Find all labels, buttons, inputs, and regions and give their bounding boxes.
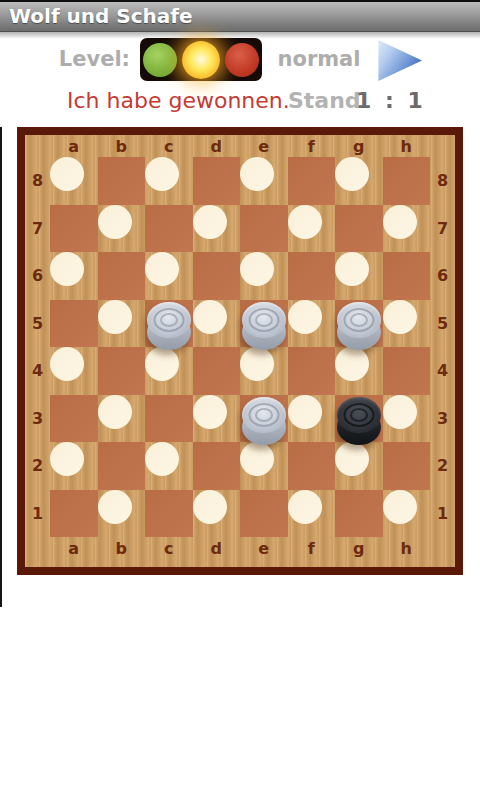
file-label: g	[335, 135, 383, 157]
square-e2[interactable]	[240, 442, 274, 476]
rank-label: 8	[430, 157, 455, 205]
file-label: h	[383, 537, 431, 567]
square-d2[interactable]	[193, 442, 241, 490]
rank-label: 2	[430, 442, 455, 490]
black-checker-piece[interactable]	[337, 397, 381, 447]
square-b1[interactable]	[98, 490, 132, 524]
rank-labels-right: 87654321	[430, 157, 455, 537]
rank-label: 4	[430, 347, 455, 395]
square-e1[interactable]	[240, 490, 288, 538]
square-c4[interactable]	[145, 347, 179, 381]
file-label: e	[240, 135, 288, 157]
square-c6[interactable]	[145, 252, 179, 286]
square-g6[interactable]	[335, 252, 369, 286]
score-label: Stand	[288, 84, 361, 118]
red-light-icon	[225, 43, 259, 77]
level-traffic-light-button[interactable]	[140, 38, 262, 81]
square-c7[interactable]	[145, 205, 193, 253]
square-e6[interactable]	[240, 252, 274, 286]
square-b3[interactable]	[98, 395, 132, 429]
square-c3[interactable]	[145, 395, 193, 443]
square-h6[interactable]	[383, 252, 431, 300]
square-f8[interactable]	[288, 157, 336, 205]
file-label: d	[193, 537, 241, 567]
square-a7[interactable]	[50, 205, 98, 253]
square-h3[interactable]	[383, 395, 417, 429]
white-checker-piece[interactable]	[242, 302, 286, 352]
file-label: e	[240, 537, 288, 567]
rank-label: 3	[25, 395, 50, 443]
yellow-light-icon	[182, 41, 220, 79]
rank-label: 6	[25, 252, 50, 300]
rank-label: 5	[430, 300, 455, 348]
status-message: Ich habe gewonnen.	[67, 84, 290, 118]
square-f2[interactable]	[288, 442, 336, 490]
square-h2[interactable]	[383, 442, 431, 490]
square-a1[interactable]	[50, 490, 98, 538]
square-d6[interactable]	[193, 252, 241, 300]
square-g5[interactable]	[335, 300, 383, 348]
file-label: b	[98, 135, 146, 157]
square-b4[interactable]	[98, 347, 146, 395]
square-h7[interactable]	[383, 205, 417, 239]
square-b5[interactable]	[98, 300, 132, 334]
square-h4[interactable]	[383, 347, 431, 395]
file-label: d	[193, 135, 241, 157]
square-a3[interactable]	[50, 395, 98, 443]
square-h5[interactable]	[383, 300, 417, 334]
square-g8[interactable]	[335, 157, 369, 191]
square-f5[interactable]	[288, 300, 322, 334]
square-h1[interactable]	[383, 490, 417, 524]
title-bar: Wolf und Schafe	[0, 0, 480, 32]
file-label: g	[335, 537, 383, 567]
square-d3[interactable]	[193, 395, 227, 429]
square-g7[interactable]	[335, 205, 383, 253]
file-label: h	[383, 135, 431, 157]
play-button[interactable]	[377, 40, 422, 81]
rank-label: 1	[25, 490, 50, 538]
square-g1[interactable]	[335, 490, 383, 538]
square-c5[interactable]	[145, 300, 193, 348]
square-f3[interactable]	[288, 395, 322, 429]
square-e5[interactable]	[240, 300, 288, 348]
white-checker-piece[interactable]	[337, 302, 381, 352]
board-wood-frame: abcdefgh abcdefgh 87654321 87654321	[25, 135, 455, 567]
rank-label: 6	[430, 252, 455, 300]
square-b2[interactable]	[98, 442, 146, 490]
square-g3[interactable]	[335, 395, 383, 443]
green-light-icon	[143, 43, 177, 77]
rank-label: 7	[25, 205, 50, 253]
file-labels-bottom: abcdefgh	[50, 537, 430, 567]
square-e7[interactable]	[240, 205, 288, 253]
square-e8[interactable]	[240, 157, 274, 191]
file-label: a	[50, 537, 98, 567]
file-label: c	[145, 135, 193, 157]
white-checker-piece[interactable]	[147, 302, 191, 352]
square-e3[interactable]	[240, 395, 288, 443]
square-d5[interactable]	[193, 300, 227, 334]
file-label: c	[145, 537, 193, 567]
square-d7[interactable]	[193, 205, 227, 239]
rank-labels-left: 87654321	[25, 157, 50, 537]
square-a6[interactable]	[50, 252, 84, 286]
app-title: Wolf und Schafe	[0, 2, 480, 30]
rank-label: 3	[430, 395, 455, 443]
rank-label: 5	[25, 300, 50, 348]
square-a2[interactable]	[50, 442, 84, 476]
square-f7[interactable]	[288, 205, 322, 239]
square-b7[interactable]	[98, 205, 132, 239]
level-label: Level:	[0, 35, 130, 83]
square-f4[interactable]	[288, 347, 336, 395]
white-checker-piece[interactable]	[242, 397, 286, 447]
file-label: b	[98, 537, 146, 567]
file-label: a	[50, 135, 98, 157]
rank-label: 8	[25, 157, 50, 205]
file-labels-top: abcdefgh	[50, 135, 430, 157]
score-value: 1 : 1	[356, 84, 426, 118]
square-b6[interactable]	[98, 252, 146, 300]
rank-label: 2	[25, 442, 50, 490]
square-a4[interactable]	[50, 347, 84, 381]
square-a8[interactable]	[50, 157, 84, 191]
square-g2[interactable]	[335, 442, 369, 476]
play-icon	[377, 40, 422, 81]
square-b8[interactable]	[98, 157, 146, 205]
square-e4[interactable]	[240, 347, 274, 381]
file-label: f	[288, 537, 336, 567]
checkers-board: abcdefgh abcdefgh 87654321 87654321	[17, 127, 463, 575]
square-f6[interactable]	[288, 252, 336, 300]
square-d8[interactable]	[193, 157, 241, 205]
board-squares	[50, 157, 430, 537]
rank-label: 1	[430, 490, 455, 538]
square-g4[interactable]	[335, 347, 369, 381]
rank-label: 4	[25, 347, 50, 395]
file-label: f	[288, 135, 336, 157]
square-f1[interactable]	[288, 490, 322, 524]
square-d4[interactable]	[193, 347, 241, 395]
level-value: normal	[262, 35, 376, 83]
screenshot-edge-artifact	[0, 127, 2, 607]
square-h8[interactable]	[383, 157, 431, 205]
rank-label: 7	[430, 205, 455, 253]
square-a5[interactable]	[50, 300, 98, 348]
square-c2[interactable]	[145, 442, 179, 476]
square-c8[interactable]	[145, 157, 179, 191]
square-c1[interactable]	[145, 490, 193, 538]
square-d1[interactable]	[193, 490, 227, 524]
